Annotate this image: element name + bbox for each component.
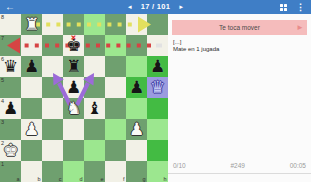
score-counter: 0/10 <box>173 162 186 169</box>
back-arrow-icon[interactable]: ← <box>5 0 15 14</box>
piece-wP-g3[interactable]: ♟ <box>126 119 147 140</box>
piece-bR-d6[interactable]: ♜ <box>63 56 84 77</box>
top-bar: ← ◄ 17 / 101 ► ⋮ <box>0 0 311 14</box>
turn-banner-text: Te toca mover <box>219 24 260 31</box>
piece-bP-g5[interactable]: ♟ <box>126 77 147 98</box>
puzzle-navigation: ◄ 17 / 101 ► <box>127 0 184 14</box>
piece-wP-b3[interactable]: ♟ <box>21 119 42 140</box>
play-icon[interactable]: ► <box>296 20 304 35</box>
piece-bP-h6[interactable]: ♟ <box>147 56 168 77</box>
piece-wR-b8[interactable]: ♜ <box>21 14 42 35</box>
puzzle-id: #249 <box>186 162 290 169</box>
piece-bQ-a6[interactable]: ♛ <box>0 56 21 77</box>
piece-bP-b6[interactable]: ♟ <box>21 56 42 77</box>
panel-divider <box>168 173 311 174</box>
turn-banner: Te toca mover ► <box>172 20 307 35</box>
prev-puzzle-icon[interactable]: ◄ <box>127 0 133 14</box>
overflow-menu-icon[interactable]: ⋮ <box>296 0 305 14</box>
boards-grid-icon[interactable] <box>280 4 287 11</box>
piece-bP-a4[interactable]: ♟ <box>0 98 21 119</box>
next-puzzle-icon[interactable]: ► <box>178 0 184 14</box>
timer: 00:05 <box>290 162 306 169</box>
piece-bP-d5[interactable]: ♟ <box>63 77 84 98</box>
piece-wN-d4[interactable]: ♞ <box>63 98 84 119</box>
board-pieces-layer: ♜♚♛♟♜♟♟♟♛♟♞♝♟♟♚✕ <box>0 14 168 182</box>
piece-wK-a2[interactable]: ♚ <box>0 140 21 161</box>
check-indicator-icon: ✕ <box>63 34 84 42</box>
puzzle-counter: 17 / 101 <box>141 0 171 14</box>
task-text: Mate en 1 jugada <box>173 46 311 53</box>
piece-bB-e4[interactable]: ♝ <box>84 98 105 119</box>
puzzle-panel: Te toca mover ► [...] Mate en 1 jugada 0… <box>168 14 311 182</box>
piece-wQ-h5[interactable]: ♛ <box>147 77 168 98</box>
move-list-placeholder: [...] <box>173 39 311 46</box>
chess-board[interactable]: 87654321abcdefgh ♜♚♛♟♜♟♟♟♛♟♞♝♟♟♚✕ <box>0 14 168 182</box>
